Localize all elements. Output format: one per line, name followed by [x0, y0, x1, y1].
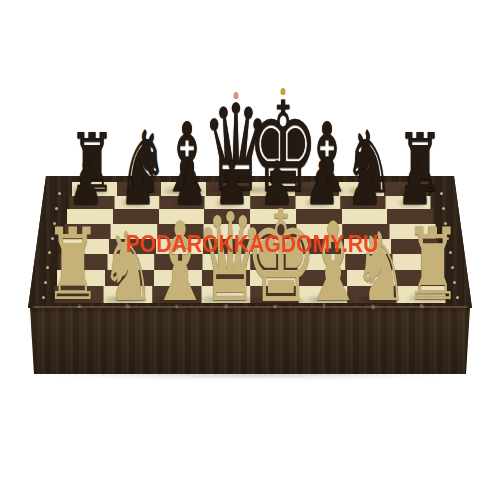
left-rail-dot: [58, 192, 61, 195]
king-finial: [281, 88, 286, 95]
queen-finial: [234, 92, 239, 99]
piece-black-pawn-h7: ♟: [398, 153, 432, 213]
piece-white-rook-h1: ♜: [405, 215, 462, 314]
piece-white-rook-a1: ♜: [45, 215, 102, 314]
product-photo: abcdefgh ♜♞♝♛♚♝♞♜♟♟♟♟♟♟♟♟♜♞♝♛♚♝♞♜ PODARO…: [0, 0, 500, 500]
piece-black-pawn-a7: ♟: [69, 153, 103, 213]
watermark-url: PODAROKKAGDOMY.RU: [126, 231, 379, 258]
